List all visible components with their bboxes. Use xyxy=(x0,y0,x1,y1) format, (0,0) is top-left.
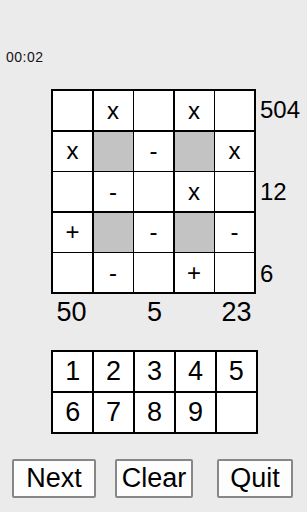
tray-number[interactable]: 8 xyxy=(135,393,174,432)
timer: 00:02 xyxy=(6,49,44,65)
number-cell[interactable] xyxy=(134,91,173,130)
blocked-cell xyxy=(94,213,133,252)
row-target-1: 504 xyxy=(260,89,307,130)
clear-button[interactable]: Clear xyxy=(115,459,193,498)
row-target-3: 12 xyxy=(260,171,307,212)
puzzle-grid: xxx-x-x+---+ xyxy=(51,89,256,294)
tray-number[interactable]: 7 xyxy=(94,393,133,432)
tray-number[interactable]: 5 xyxy=(217,352,256,391)
number-cell[interactable] xyxy=(215,253,254,292)
blocked-cell xyxy=(175,213,214,252)
tray-number[interactable]: 2 xyxy=(94,352,133,391)
row-target-5: 6 xyxy=(260,253,307,294)
col-target-5: 23 xyxy=(216,297,257,327)
col-target-1: 50 xyxy=(51,297,92,327)
col-target-3: 5 xyxy=(134,297,175,327)
operator-cell: x xyxy=(175,91,214,130)
quit-button[interactable]: Quit xyxy=(217,459,293,498)
number-cell[interactable] xyxy=(53,91,92,130)
number-cell[interactable] xyxy=(215,91,254,130)
number-cell[interactable] xyxy=(134,253,173,292)
operator-cell: + xyxy=(53,213,92,252)
operator-cell: x xyxy=(53,132,92,171)
number-tray: 123456789 xyxy=(51,350,258,434)
tray-number[interactable]: 4 xyxy=(176,352,215,391)
operator-cell: x xyxy=(215,132,254,171)
operator-cell: - xyxy=(215,213,254,252)
tray-number[interactable]: 1 xyxy=(53,352,92,391)
operator-cell: - xyxy=(94,253,133,292)
number-cell[interactable] xyxy=(134,172,173,211)
operator-cell: - xyxy=(94,172,133,211)
operator-cell: x xyxy=(94,91,133,130)
tray-number[interactable]: 9 xyxy=(176,393,215,432)
next-button[interactable]: Next xyxy=(12,459,96,498)
operator-cell: x xyxy=(175,172,214,211)
tray-number[interactable]: 6 xyxy=(53,393,92,432)
operator-cell: - xyxy=(134,213,173,252)
number-cell[interactable] xyxy=(53,253,92,292)
number-cell[interactable] xyxy=(215,172,254,211)
operator-cell: + xyxy=(175,253,214,292)
blocked-cell xyxy=(175,132,214,171)
tray-number[interactable]: 3 xyxy=(135,352,174,391)
tray-empty-slot xyxy=(217,393,256,432)
operator-cell: - xyxy=(134,132,173,171)
number-cell[interactable] xyxy=(53,172,92,211)
blocked-cell xyxy=(94,132,133,171)
